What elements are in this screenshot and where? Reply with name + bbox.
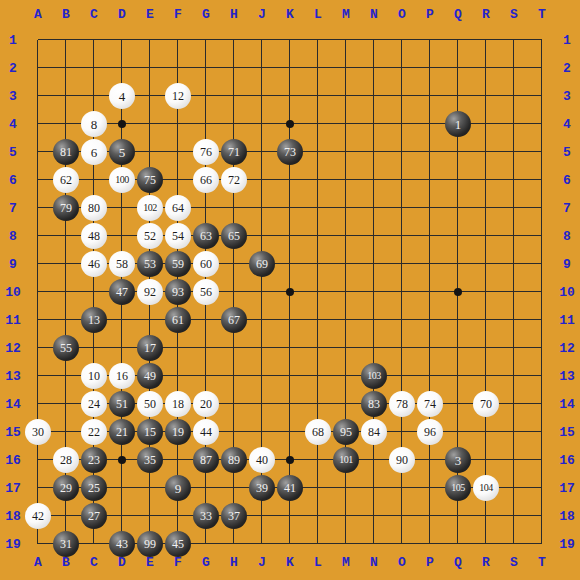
intersection-H4[interactable] <box>220 110 248 138</box>
intersection-M19[interactable] <box>332 530 360 558</box>
intersection-G3[interactable] <box>192 82 220 110</box>
intersection-C16[interactable]: 23 <box>80 446 108 474</box>
intersection-A13[interactable] <box>24 362 52 390</box>
black-stone[interactable]: 23 <box>81 447 107 473</box>
intersection-C1[interactable] <box>80 26 108 54</box>
intersection-E19[interactable]: 99 <box>136 530 164 558</box>
black-stone[interactable]: 95 <box>333 419 359 445</box>
white-stone[interactable]: 76 <box>193 139 219 165</box>
intersection-T5[interactable] <box>528 138 556 166</box>
intersection-H7[interactable] <box>220 194 248 222</box>
black-stone[interactable]: 31 <box>53 531 79 557</box>
intersection-L6[interactable] <box>304 166 332 194</box>
intersection-D2[interactable] <box>108 54 136 82</box>
intersection-Q14[interactable] <box>444 390 472 418</box>
intersection-K7[interactable] <box>276 194 304 222</box>
intersection-E7[interactable]: 102 <box>136 194 164 222</box>
intersection-F14[interactable]: 18 <box>164 390 192 418</box>
intersection-T12[interactable] <box>528 334 556 362</box>
intersection-M14[interactable] <box>332 390 360 418</box>
intersection-O16[interactable]: 90 <box>388 446 416 474</box>
intersection-P2[interactable] <box>416 54 444 82</box>
intersection-N15[interactable]: 84 <box>360 418 388 446</box>
intersection-T18[interactable] <box>528 502 556 530</box>
intersection-A5[interactable] <box>24 138 52 166</box>
white-stone[interactable]: 22 <box>81 419 107 445</box>
intersection-O9[interactable] <box>388 250 416 278</box>
intersection-Q10[interactable] <box>444 278 472 306</box>
intersection-R18[interactable] <box>472 502 500 530</box>
intersection-M10[interactable] <box>332 278 360 306</box>
intersection-M11[interactable] <box>332 306 360 334</box>
intersection-N8[interactable] <box>360 222 388 250</box>
intersection-D7[interactable] <box>108 194 136 222</box>
intersection-F3[interactable]: 12 <box>164 82 192 110</box>
intersection-T11[interactable] <box>528 306 556 334</box>
white-stone[interactable]: 66 <box>193 167 219 193</box>
intersection-C9[interactable]: 46 <box>80 250 108 278</box>
intersection-J14[interactable] <box>248 390 276 418</box>
intersection-D14[interactable]: 51 <box>108 390 136 418</box>
intersection-A4[interactable] <box>24 110 52 138</box>
intersection-F12[interactable] <box>164 334 192 362</box>
intersection-C10[interactable] <box>80 278 108 306</box>
intersection-J10[interactable] <box>248 278 276 306</box>
intersection-S18[interactable] <box>500 502 528 530</box>
intersection-N11[interactable] <box>360 306 388 334</box>
black-stone[interactable]: 93 <box>165 279 191 305</box>
white-stone[interactable]: 48 <box>81 223 107 249</box>
intersection-L19[interactable] <box>304 530 332 558</box>
intersection-P8[interactable] <box>416 222 444 250</box>
black-stone[interactable]: 105 <box>445 475 471 501</box>
intersection-H17[interactable] <box>220 474 248 502</box>
intersection-M9[interactable] <box>332 250 360 278</box>
intersection-S9[interactable] <box>500 250 528 278</box>
intersection-A7[interactable] <box>24 194 52 222</box>
intersection-N19[interactable] <box>360 530 388 558</box>
white-stone[interactable]: 78 <box>389 391 415 417</box>
intersection-A2[interactable] <box>24 54 52 82</box>
white-stone[interactable]: 30 <box>25 419 51 445</box>
intersection-B9[interactable] <box>52 250 80 278</box>
intersection-L2[interactable] <box>304 54 332 82</box>
intersection-P3[interactable] <box>416 82 444 110</box>
intersection-O15[interactable] <box>388 418 416 446</box>
intersection-M12[interactable] <box>332 334 360 362</box>
intersection-B8[interactable] <box>52 222 80 250</box>
white-stone[interactable]: 40 <box>249 447 275 473</box>
intersection-O12[interactable] <box>388 334 416 362</box>
white-stone[interactable]: 70 <box>473 391 499 417</box>
intersection-G8[interactable]: 63 <box>192 222 220 250</box>
intersection-D8[interactable] <box>108 222 136 250</box>
intersection-O8[interactable] <box>388 222 416 250</box>
white-stone[interactable]: 8 <box>81 111 107 137</box>
intersection-A18[interactable]: 42 <box>24 502 52 530</box>
intersection-P5[interactable] <box>416 138 444 166</box>
intersection-E2[interactable] <box>136 54 164 82</box>
intersection-K16[interactable] <box>276 446 304 474</box>
intersection-N6[interactable] <box>360 166 388 194</box>
intersection-M13[interactable] <box>332 362 360 390</box>
intersection-R6[interactable] <box>472 166 500 194</box>
intersection-R4[interactable] <box>472 110 500 138</box>
intersection-F10[interactable]: 93 <box>164 278 192 306</box>
intersection-E15[interactable]: 15 <box>136 418 164 446</box>
intersection-A1[interactable] <box>24 26 52 54</box>
intersection-K14[interactable] <box>276 390 304 418</box>
intersection-O4[interactable] <box>388 110 416 138</box>
intersection-M8[interactable] <box>332 222 360 250</box>
intersection-N3[interactable] <box>360 82 388 110</box>
intersection-N16[interactable] <box>360 446 388 474</box>
black-stone[interactable]: 27 <box>81 503 107 529</box>
intersection-B3[interactable] <box>52 82 80 110</box>
black-stone[interactable]: 81 <box>53 139 79 165</box>
intersection-G2[interactable] <box>192 54 220 82</box>
intersection-N4[interactable] <box>360 110 388 138</box>
intersection-B16[interactable]: 28 <box>52 446 80 474</box>
intersection-G1[interactable] <box>192 26 220 54</box>
intersection-L12[interactable] <box>304 334 332 362</box>
intersection-C8[interactable]: 48 <box>80 222 108 250</box>
intersection-C5[interactable]: 6 <box>80 138 108 166</box>
intersection-A15[interactable]: 30 <box>24 418 52 446</box>
intersection-J9[interactable]: 69 <box>248 250 276 278</box>
intersection-J8[interactable] <box>248 222 276 250</box>
intersection-R1[interactable] <box>472 26 500 54</box>
intersection-G7[interactable] <box>192 194 220 222</box>
black-stone[interactable]: 71 <box>221 139 247 165</box>
intersection-D13[interactable]: 16 <box>108 362 136 390</box>
intersection-B7[interactable]: 79 <box>52 194 80 222</box>
intersection-H16[interactable]: 89 <box>220 446 248 474</box>
intersection-H18[interactable]: 37 <box>220 502 248 530</box>
intersection-G16[interactable]: 87 <box>192 446 220 474</box>
intersection-T16[interactable] <box>528 446 556 474</box>
intersection-J11[interactable] <box>248 306 276 334</box>
intersection-M16[interactable]: 101 <box>332 446 360 474</box>
intersection-G19[interactable] <box>192 530 220 558</box>
intersection-F2[interactable] <box>164 54 192 82</box>
intersection-R15[interactable] <box>472 418 500 446</box>
intersection-G13[interactable] <box>192 362 220 390</box>
intersection-O13[interactable] <box>388 362 416 390</box>
intersection-T19[interactable] <box>528 530 556 558</box>
intersection-J16[interactable]: 40 <box>248 446 276 474</box>
intersection-C15[interactable]: 22 <box>80 418 108 446</box>
black-stone[interactable]: 37 <box>221 503 247 529</box>
intersection-H3[interactable] <box>220 82 248 110</box>
black-stone[interactable]: 87 <box>193 447 219 473</box>
black-stone[interactable]: 41 <box>277 475 303 501</box>
intersection-J5[interactable] <box>248 138 276 166</box>
intersection-R3[interactable] <box>472 82 500 110</box>
intersection-F19[interactable]: 45 <box>164 530 192 558</box>
intersection-N17[interactable] <box>360 474 388 502</box>
intersection-T15[interactable] <box>528 418 556 446</box>
intersection-P13[interactable] <box>416 362 444 390</box>
intersection-D15[interactable]: 21 <box>108 418 136 446</box>
intersection-F18[interactable] <box>164 502 192 530</box>
intersection-J12[interactable] <box>248 334 276 362</box>
intersection-G18[interactable]: 33 <box>192 502 220 530</box>
intersection-A8[interactable] <box>24 222 52 250</box>
black-stone[interactable]: 29 <box>53 475 79 501</box>
intersection-K12[interactable] <box>276 334 304 362</box>
black-stone[interactable]: 49 <box>137 363 163 389</box>
intersection-P19[interactable] <box>416 530 444 558</box>
intersection-Q6[interactable] <box>444 166 472 194</box>
intersection-L5[interactable] <box>304 138 332 166</box>
intersection-B11[interactable] <box>52 306 80 334</box>
white-stone[interactable]: 54 <box>165 223 191 249</box>
intersection-N13[interactable]: 103 <box>360 362 388 390</box>
intersection-O1[interactable] <box>388 26 416 54</box>
black-stone[interactable]: 73 <box>277 139 303 165</box>
intersection-O7[interactable] <box>388 194 416 222</box>
black-stone[interactable]: 69 <box>249 251 275 277</box>
intersection-O11[interactable] <box>388 306 416 334</box>
black-stone[interactable]: 55 <box>53 335 79 361</box>
intersection-F5[interactable] <box>164 138 192 166</box>
intersection-Q7[interactable] <box>444 194 472 222</box>
intersection-Q18[interactable] <box>444 502 472 530</box>
intersection-D16[interactable] <box>108 446 136 474</box>
intersection-L17[interactable] <box>304 474 332 502</box>
intersection-C13[interactable]: 10 <box>80 362 108 390</box>
intersection-F6[interactable] <box>164 166 192 194</box>
intersection-L15[interactable]: 68 <box>304 418 332 446</box>
intersection-L13[interactable] <box>304 362 332 390</box>
intersection-Q19[interactable] <box>444 530 472 558</box>
intersection-G10[interactable]: 56 <box>192 278 220 306</box>
intersection-J3[interactable] <box>248 82 276 110</box>
intersection-K3[interactable] <box>276 82 304 110</box>
intersection-S6[interactable] <box>500 166 528 194</box>
intersection-F7[interactable]: 64 <box>164 194 192 222</box>
intersection-E9[interactable]: 53 <box>136 250 164 278</box>
intersection-A16[interactable] <box>24 446 52 474</box>
intersection-J4[interactable] <box>248 110 276 138</box>
intersection-M6[interactable] <box>332 166 360 194</box>
intersection-F11[interactable]: 61 <box>164 306 192 334</box>
intersection-R14[interactable]: 70 <box>472 390 500 418</box>
white-stone[interactable]: 56 <box>193 279 219 305</box>
intersection-T1[interactable] <box>528 26 556 54</box>
intersection-M5[interactable] <box>332 138 360 166</box>
intersection-M2[interactable] <box>332 54 360 82</box>
intersection-M17[interactable] <box>332 474 360 502</box>
intersection-D5[interactable]: 5 <box>108 138 136 166</box>
intersection-P10[interactable] <box>416 278 444 306</box>
intersection-J17[interactable]: 39 <box>248 474 276 502</box>
intersection-S15[interactable] <box>500 418 528 446</box>
intersection-C2[interactable] <box>80 54 108 82</box>
white-stone[interactable]: 42 <box>25 503 51 529</box>
intersection-L10[interactable] <box>304 278 332 306</box>
black-stone[interactable]: 75 <box>137 167 163 193</box>
intersection-P18[interactable] <box>416 502 444 530</box>
intersection-L1[interactable] <box>304 26 332 54</box>
intersection-J2[interactable] <box>248 54 276 82</box>
black-stone[interactable]: 39 <box>249 475 275 501</box>
intersection-C11[interactable]: 13 <box>80 306 108 334</box>
intersection-L11[interactable] <box>304 306 332 334</box>
black-stone[interactable]: 103 <box>361 363 387 389</box>
intersection-E5[interactable] <box>136 138 164 166</box>
intersection-R11[interactable] <box>472 306 500 334</box>
intersection-H10[interactable] <box>220 278 248 306</box>
intersection-Q16[interactable]: 3 <box>444 446 472 474</box>
intersection-D12[interactable] <box>108 334 136 362</box>
intersection-T7[interactable] <box>528 194 556 222</box>
intersection-H11[interactable]: 67 <box>220 306 248 334</box>
intersection-S17[interactable] <box>500 474 528 502</box>
intersection-Q2[interactable] <box>444 54 472 82</box>
black-stone[interactable]: 17 <box>137 335 163 361</box>
intersection-C12[interactable] <box>80 334 108 362</box>
intersection-D11[interactable] <box>108 306 136 334</box>
intersection-E17[interactable] <box>136 474 164 502</box>
intersection-Q3[interactable] <box>444 82 472 110</box>
intersection-E13[interactable]: 49 <box>136 362 164 390</box>
intersection-F13[interactable] <box>164 362 192 390</box>
black-stone[interactable]: 13 <box>81 307 107 333</box>
intersection-E18[interactable] <box>136 502 164 530</box>
white-stone[interactable]: 6 <box>81 139 107 165</box>
intersection-R5[interactable] <box>472 138 500 166</box>
intersection-Q1[interactable] <box>444 26 472 54</box>
intersection-R16[interactable] <box>472 446 500 474</box>
white-stone[interactable]: 28 <box>53 447 79 473</box>
intersection-J13[interactable] <box>248 362 276 390</box>
black-stone[interactable]: 101 <box>333 447 359 473</box>
intersection-R9[interactable] <box>472 250 500 278</box>
intersection-E12[interactable]: 17 <box>136 334 164 362</box>
white-stone[interactable]: 12 <box>165 83 191 109</box>
intersection-F4[interactable] <box>164 110 192 138</box>
intersection-Q4[interactable]: 1 <box>444 110 472 138</box>
intersection-N5[interactable] <box>360 138 388 166</box>
intersection-B13[interactable] <box>52 362 80 390</box>
intersection-P1[interactable] <box>416 26 444 54</box>
intersection-O3[interactable] <box>388 82 416 110</box>
intersection-B6[interactable]: 62 <box>52 166 80 194</box>
intersection-O14[interactable]: 78 <box>388 390 416 418</box>
intersection-F17[interactable]: 9 <box>164 474 192 502</box>
intersection-Q15[interactable] <box>444 418 472 446</box>
intersection-Q5[interactable] <box>444 138 472 166</box>
intersection-P16[interactable] <box>416 446 444 474</box>
intersection-D3[interactable]: 4 <box>108 82 136 110</box>
intersection-Q12[interactable] <box>444 334 472 362</box>
black-stone[interactable]: 43 <box>109 531 135 557</box>
intersection-K15[interactable] <box>276 418 304 446</box>
intersection-N9[interactable] <box>360 250 388 278</box>
intersection-G17[interactable] <box>192 474 220 502</box>
black-stone[interactable]: 9 <box>165 475 191 501</box>
intersection-S3[interactable] <box>500 82 528 110</box>
black-stone[interactable]: 15 <box>137 419 163 445</box>
intersection-B10[interactable] <box>52 278 80 306</box>
intersection-J6[interactable] <box>248 166 276 194</box>
black-stone[interactable]: 33 <box>193 503 219 529</box>
intersection-K17[interactable]: 41 <box>276 474 304 502</box>
intersection-K4[interactable] <box>276 110 304 138</box>
intersection-H15[interactable] <box>220 418 248 446</box>
intersection-L16[interactable] <box>304 446 332 474</box>
intersection-B14[interactable] <box>52 390 80 418</box>
intersection-F16[interactable] <box>164 446 192 474</box>
white-stone[interactable]: 50 <box>137 391 163 417</box>
intersection-B4[interactable] <box>52 110 80 138</box>
intersection-K6[interactable] <box>276 166 304 194</box>
intersection-L7[interactable] <box>304 194 332 222</box>
intersection-T8[interactable] <box>528 222 556 250</box>
intersection-A9[interactable] <box>24 250 52 278</box>
intersection-E10[interactable]: 92 <box>136 278 164 306</box>
intersection-K2[interactable] <box>276 54 304 82</box>
white-stone[interactable]: 20 <box>193 391 219 417</box>
intersection-N12[interactable] <box>360 334 388 362</box>
intersection-A12[interactable] <box>24 334 52 362</box>
intersection-Q9[interactable] <box>444 250 472 278</box>
black-stone[interactable]: 53 <box>137 251 163 277</box>
intersection-T2[interactable] <box>528 54 556 82</box>
intersection-J1[interactable] <box>248 26 276 54</box>
intersection-G14[interactable]: 20 <box>192 390 220 418</box>
intersection-E3[interactable] <box>136 82 164 110</box>
black-stone[interactable]: 83 <box>361 391 387 417</box>
black-stone[interactable]: 89 <box>221 447 247 473</box>
white-stone[interactable]: 44 <box>193 419 219 445</box>
black-stone[interactable]: 25 <box>81 475 107 501</box>
intersection-N7[interactable] <box>360 194 388 222</box>
intersection-N14[interactable]: 83 <box>360 390 388 418</box>
white-stone[interactable]: 96 <box>417 419 443 445</box>
white-stone[interactable]: 100 <box>109 167 135 193</box>
intersection-T6[interactable] <box>528 166 556 194</box>
intersection-H8[interactable]: 65 <box>220 222 248 250</box>
white-stone[interactable]: 72 <box>221 167 247 193</box>
black-stone[interactable]: 99 <box>137 531 163 557</box>
black-stone[interactable]: 5 <box>109 139 135 165</box>
intersection-K19[interactable] <box>276 530 304 558</box>
intersection-S12[interactable] <box>500 334 528 362</box>
white-stone[interactable]: 10 <box>81 363 107 389</box>
intersection-R10[interactable] <box>472 278 500 306</box>
intersection-F15[interactable]: 19 <box>164 418 192 446</box>
intersection-H6[interactable]: 72 <box>220 166 248 194</box>
intersection-D4[interactable] <box>108 110 136 138</box>
intersection-O10[interactable] <box>388 278 416 306</box>
intersection-Q17[interactable]: 105 <box>444 474 472 502</box>
intersection-M3[interactable] <box>332 82 360 110</box>
black-stone[interactable]: 45 <box>165 531 191 557</box>
intersection-B15[interactable] <box>52 418 80 446</box>
intersection-R8[interactable] <box>472 222 500 250</box>
intersection-P17[interactable] <box>416 474 444 502</box>
intersection-J15[interactable] <box>248 418 276 446</box>
intersection-Q8[interactable] <box>444 222 472 250</box>
intersection-R17[interactable]: 104 <box>472 474 500 502</box>
intersection-E8[interactable]: 52 <box>136 222 164 250</box>
intersection-R2[interactable] <box>472 54 500 82</box>
white-stone[interactable]: 84 <box>361 419 387 445</box>
intersection-E4[interactable] <box>136 110 164 138</box>
